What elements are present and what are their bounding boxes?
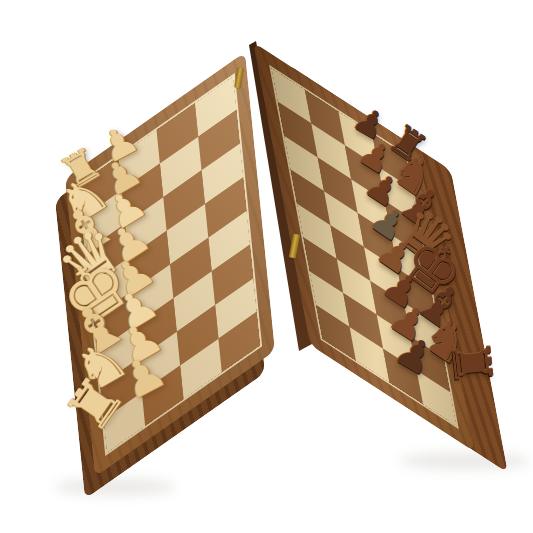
chess-piece-white-rook[interactable]: ♜ <box>95 428 147 486</box>
chess-piece-black-rook[interactable]: ♜ <box>472 385 519 437</box>
folding-chess-set-photo: ♜♞♝♛♚♝♞♜♟♟♟♟♟♟♟♟♜♞♝♛♚♝♞♜♟♟♟♟♟♟♟♟ Wooden … <box>0 0 533 533</box>
floor-shadow-right <box>400 452 530 470</box>
chess-piece-white-pawn[interactable]: ♟ <box>143 396 185 443</box>
scene-caption: Wooden magnetic folding chess set standi… <box>0 0 1 1</box>
